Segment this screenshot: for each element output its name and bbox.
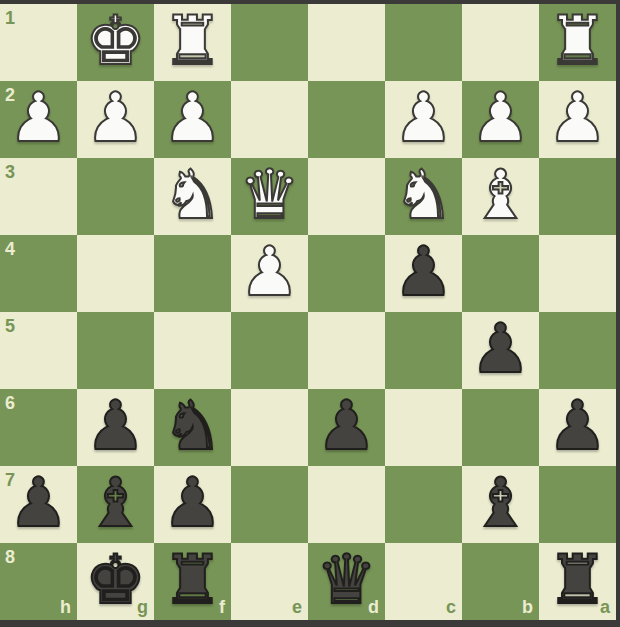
piece-white-rook-a1[interactable]: ♜ (539, 4, 616, 81)
square-e8[interactable]: e (231, 543, 308, 620)
piece-black-bishop-g7[interactable]: ♝ (77, 466, 154, 543)
square-g8[interactable]: g♚ (77, 543, 154, 620)
piece-white-bishop-b3[interactable]: ♝ (462, 158, 539, 235)
square-f7[interactable]: ♟ (154, 466, 231, 543)
piece-black-rook-a8[interactable]: ♜ (539, 543, 616, 620)
file-label-c: c (446, 598, 456, 616)
square-h5[interactable]: 5 (0, 312, 77, 389)
square-d3[interactable] (308, 158, 385, 235)
chess-board: 1♚♜♜2♟♟♟♟♟♟3♞♛♞♝4♟♟5♟6♟♞♟♟7♟♝♟♝8hg♚f♜ed♛… (0, 4, 616, 620)
square-f6[interactable]: ♞ (154, 389, 231, 466)
square-b2[interactable]: ♟ (462, 81, 539, 158)
piece-white-pawn-g2[interactable]: ♟ (77, 81, 154, 158)
square-b3[interactable]: ♝ (462, 158, 539, 235)
piece-black-queen-d8[interactable]: ♛ (308, 543, 385, 620)
rank-label-5: 5 (5, 317, 15, 335)
rank-label-8: 8 (5, 548, 15, 566)
square-f4[interactable] (154, 235, 231, 312)
piece-black-bishop-b7[interactable]: ♝ (462, 466, 539, 543)
square-h7[interactable]: 7♟ (0, 466, 77, 543)
piece-black-knight-f6[interactable]: ♞ (154, 389, 231, 466)
rank-label-3: 3 (5, 163, 15, 181)
square-b7[interactable]: ♝ (462, 466, 539, 543)
square-h6[interactable]: 6 (0, 389, 77, 466)
square-e7[interactable] (231, 466, 308, 543)
square-b8[interactable]: b (462, 543, 539, 620)
file-label-b: b (522, 598, 533, 616)
square-d4[interactable] (308, 235, 385, 312)
piece-white-pawn-b2[interactable]: ♟ (462, 81, 539, 158)
square-g6[interactable]: ♟ (77, 389, 154, 466)
square-c8[interactable]: c (385, 543, 462, 620)
square-e3[interactable]: ♛ (231, 158, 308, 235)
square-b1[interactable] (462, 4, 539, 81)
square-c4[interactable]: ♟ (385, 235, 462, 312)
square-g1[interactable]: ♚ (77, 4, 154, 81)
square-d6[interactable]: ♟ (308, 389, 385, 466)
square-c3[interactable]: ♞ (385, 158, 462, 235)
square-h8[interactable]: 8h (0, 543, 77, 620)
square-g4[interactable] (77, 235, 154, 312)
rank-label-4: 4 (5, 240, 15, 258)
file-label-e: e (292, 598, 302, 616)
rank-label-1: 1 (5, 9, 15, 27)
square-a5[interactable] (539, 312, 616, 389)
square-a6[interactable]: ♟ (539, 389, 616, 466)
piece-black-pawn-d6[interactable]: ♟ (308, 389, 385, 466)
square-h2[interactable]: 2♟ (0, 81, 77, 158)
square-c5[interactable] (385, 312, 462, 389)
file-label-h: h (60, 598, 71, 616)
piece-black-rook-f8[interactable]: ♜ (154, 543, 231, 620)
piece-black-pawn-g6[interactable]: ♟ (77, 389, 154, 466)
piece-black-pawn-c4[interactable]: ♟ (385, 235, 462, 312)
square-c7[interactable] (385, 466, 462, 543)
piece-white-knight-f3[interactable]: ♞ (154, 158, 231, 235)
piece-white-pawn-f2[interactable]: ♟ (154, 81, 231, 158)
piece-white-pawn-a2[interactable]: ♟ (539, 81, 616, 158)
square-d2[interactable] (308, 81, 385, 158)
piece-white-queen-e3[interactable]: ♛ (231, 158, 308, 235)
square-d5[interactable] (308, 312, 385, 389)
rank-label-6: 6 (5, 394, 15, 412)
piece-white-pawn-h2[interactable]: ♟ (0, 81, 77, 158)
square-g3[interactable] (77, 158, 154, 235)
square-c2[interactable]: ♟ (385, 81, 462, 158)
square-f2[interactable]: ♟ (154, 81, 231, 158)
square-h4[interactable]: 4 (0, 235, 77, 312)
square-h1[interactable]: 1 (0, 4, 77, 81)
piece-black-pawn-a6[interactable]: ♟ (539, 389, 616, 466)
square-d1[interactable] (308, 4, 385, 81)
square-g7[interactable]: ♝ (77, 466, 154, 543)
square-b4[interactable] (462, 235, 539, 312)
square-e2[interactable] (231, 81, 308, 158)
square-d8[interactable]: d♛ (308, 543, 385, 620)
square-a1[interactable]: ♜ (539, 4, 616, 81)
square-f5[interactable] (154, 312, 231, 389)
square-a8[interactable]: a♜ (539, 543, 616, 620)
square-a4[interactable] (539, 235, 616, 312)
square-g5[interactable] (77, 312, 154, 389)
square-f1[interactable]: ♜ (154, 4, 231, 81)
square-e1[interactable] (231, 4, 308, 81)
square-a2[interactable]: ♟ (539, 81, 616, 158)
square-f8[interactable]: f♜ (154, 543, 231, 620)
square-e5[interactable] (231, 312, 308, 389)
piece-white-rook-f1[interactable]: ♜ (154, 4, 231, 81)
piece-black-pawn-f7[interactable]: ♟ (154, 466, 231, 543)
piece-white-knight-c3[interactable]: ♞ (385, 158, 462, 235)
square-a7[interactable] (539, 466, 616, 543)
piece-black-pawn-b5[interactable]: ♟ (462, 312, 539, 389)
square-b5[interactable]: ♟ (462, 312, 539, 389)
square-f3[interactable]: ♞ (154, 158, 231, 235)
piece-black-king-g8[interactable]: ♚ (77, 543, 154, 620)
square-c6[interactable] (385, 389, 462, 466)
piece-white-pawn-e4[interactable]: ♟ (231, 235, 308, 312)
square-e6[interactable] (231, 389, 308, 466)
square-a3[interactable] (539, 158, 616, 235)
piece-black-pawn-h7[interactable]: ♟ (0, 466, 77, 543)
square-h3[interactable]: 3 (0, 158, 77, 235)
app-background: 1♚♜♜2♟♟♟♟♟♟3♞♛♞♝4♟♟5♟6♟♞♟♟7♟♝♟♝8hg♚f♜ed♛… (0, 0, 620, 627)
square-d7[interactable] (308, 466, 385, 543)
square-e4[interactable]: ♟ (231, 235, 308, 312)
piece-white-king-g1[interactable]: ♚ (77, 4, 154, 81)
piece-white-pawn-c2[interactable]: ♟ (385, 81, 462, 158)
square-c1[interactable] (385, 4, 462, 81)
square-b6[interactable] (462, 389, 539, 466)
square-g2[interactable]: ♟ (77, 81, 154, 158)
